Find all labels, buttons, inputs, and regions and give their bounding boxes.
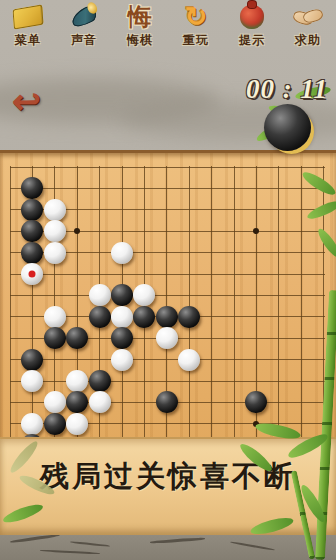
grid-line-horizontal (10, 295, 325, 296)
black-stone (21, 220, 43, 242)
timer: 00 : 11 (246, 74, 328, 105)
black-stone (66, 327, 88, 349)
white-stone (89, 284, 111, 306)
turn-indicator-black-stone (264, 104, 311, 151)
white-stone (66, 413, 88, 435)
branch-silhouette (70, 541, 110, 547)
white-stone (111, 349, 133, 371)
undo-button[interactable]: 悔悔棋 (114, 2, 166, 49)
grid-line-horizontal (10, 167, 325, 168)
undo-label: 悔棋 (127, 32, 153, 49)
branch-silhouette (230, 541, 275, 551)
white-stone (21, 370, 43, 392)
grid-line-vertical (278, 166, 279, 440)
grid-line-horizontal (10, 188, 325, 189)
gomoku-app: 菜单声音悔悔棋↻重玩提示求助 ↩ 00 : 11 残局过关惊喜不断 (0, 0, 336, 560)
black-stone (89, 306, 111, 328)
hint-button[interactable]: 提示 (226, 2, 278, 49)
white-stone (44, 199, 66, 221)
black-stone (66, 391, 88, 413)
last-move-marker (29, 271, 36, 278)
hint-icon (240, 2, 264, 32)
white-stone (89, 391, 111, 413)
black-stone (133, 306, 155, 328)
black-stone (111, 327, 133, 349)
white-stone (21, 263, 43, 285)
black-stone (89, 370, 111, 392)
black-stone (44, 413, 66, 435)
white-stone (133, 284, 155, 306)
black-stone (21, 242, 43, 264)
menu-button[interactable]: 菜单 (2, 2, 54, 49)
black-stone (156, 391, 178, 413)
white-stone (111, 242, 133, 264)
grid-line-vertical (10, 166, 11, 440)
star-point (253, 228, 259, 234)
black-stone (111, 284, 133, 306)
go-board[interactable] (0, 150, 336, 440)
replay-icon: ↻ (185, 2, 208, 32)
help-icon (293, 2, 323, 32)
grid-line-vertical (189, 166, 190, 440)
menu-icon (13, 2, 43, 32)
white-stone (44, 306, 66, 328)
grid-line-vertical (234, 166, 235, 440)
white-stone (178, 349, 200, 371)
replay-button[interactable]: ↻重玩 (170, 2, 222, 49)
grid-line-vertical (301, 166, 302, 440)
help-label: 求助 (295, 32, 321, 49)
undo-icon: 悔 (128, 2, 152, 32)
branch-silhouette (40, 549, 100, 554)
white-stone (156, 327, 178, 349)
white-stone (44, 391, 66, 413)
white-stone (21, 413, 43, 435)
white-stone (66, 370, 88, 392)
grid-line-horizontal (10, 274, 325, 275)
branch-silhouette (150, 537, 205, 544)
black-stone (245, 391, 267, 413)
black-stone (44, 327, 66, 349)
help-button[interactable]: 求助 (282, 2, 334, 49)
toolbar: 菜单声音悔悔棋↻重玩提示求助 (0, 2, 336, 54)
grid-line-horizontal (10, 381, 325, 382)
black-stone (21, 349, 43, 371)
sound-label: 声音 (71, 32, 97, 49)
black-stone (156, 306, 178, 328)
sound-button[interactable]: 声音 (58, 2, 110, 49)
black-stone (21, 199, 43, 221)
menu-label: 菜单 (15, 32, 41, 49)
star-point (74, 228, 80, 234)
black-stone (21, 177, 43, 199)
black-stone (178, 306, 200, 328)
back-button[interactable]: ↩ (12, 84, 41, 118)
grid-line-vertical (211, 166, 212, 440)
sound-icon (71, 2, 97, 32)
replay-label: 重玩 (183, 32, 209, 49)
branch-silhouette (10, 534, 60, 544)
white-stone (44, 220, 66, 242)
hint-label: 提示 (239, 32, 265, 49)
white-stone (44, 242, 66, 264)
white-stone (111, 306, 133, 328)
grid-line-horizontal (10, 359, 325, 360)
footer-strip (0, 533, 336, 560)
